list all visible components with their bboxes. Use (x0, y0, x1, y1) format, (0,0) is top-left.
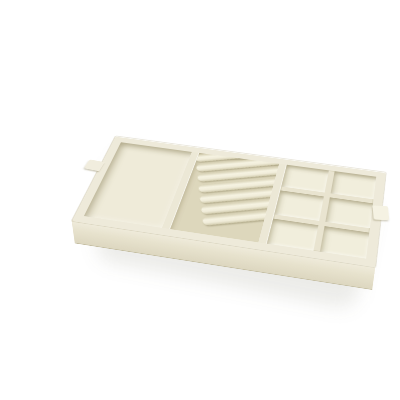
right-pull-tab (373, 205, 390, 220)
photo-scene (40, 16, 400, 400)
product-photo (40, 16, 400, 400)
jewellery-tray (72, 136, 386, 267)
